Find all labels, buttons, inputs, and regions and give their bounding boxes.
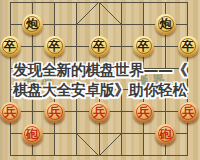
piece-glyph: 兵 bbox=[49, 106, 61, 118]
piece-red-soldier[interactable]: 兵 bbox=[0, 102, 21, 123]
piece-glyph: 炮 bbox=[26, 18, 38, 30]
piece-red-soldier[interactable]: 兵 bbox=[178, 102, 199, 123]
piece-glyph: 卒 bbox=[49, 40, 61, 52]
piece-black-cannon[interactable]: 炮 bbox=[155, 14, 176, 35]
piece-glyph: 兵 bbox=[93, 106, 105, 118]
ad-text-line2: 棋盘大全安卓版》助你轻松 bbox=[0, 81, 200, 100]
piece-red-soldier[interactable]: 兵 bbox=[133, 102, 154, 123]
piece-black-soldier[interactable]: 卒 bbox=[89, 36, 110, 57]
piece-glyph: 兵 bbox=[182, 106, 194, 118]
piece-red-soldier[interactable]: 兵 bbox=[89, 102, 110, 123]
piece-glyph: 卒 bbox=[182, 40, 194, 52]
piece-glyph: 卒 bbox=[4, 40, 16, 52]
piece-black-soldier[interactable]: 卒 bbox=[0, 36, 21, 57]
piece-glyph: 兵 bbox=[138, 106, 150, 118]
piece-red-cannon[interactable]: 砲 bbox=[22, 124, 43, 145]
piece-red-soldier[interactable]: 兵 bbox=[44, 102, 65, 123]
piece-red-cannon[interactable]: 砲 bbox=[155, 124, 176, 145]
piece-glyph: 砲 bbox=[160, 128, 172, 140]
piece-glyph: 卒 bbox=[93, 40, 105, 52]
piece-black-soldier[interactable]: 卒 bbox=[178, 36, 199, 57]
piece-glyph: 兵 bbox=[4, 106, 16, 118]
piece-black-soldier[interactable]: 卒 bbox=[133, 36, 154, 57]
piece-glyph: 卒 bbox=[138, 40, 150, 52]
xiangqi-board: 楚河 漢界 炮炮卒卒卒卒卒兵兵兵兵兵砲砲 发现全新的棋盘世界——《 棋盘大全安卓… bbox=[0, 0, 200, 160]
piece-glyph: 炮 bbox=[160, 18, 172, 30]
piece-glyph: 砲 bbox=[26, 128, 38, 140]
ad-text-line1: 发现全新的棋盘世界——《 bbox=[0, 61, 200, 80]
piece-black-cannon[interactable]: 炮 bbox=[22, 14, 43, 35]
piece-black-soldier[interactable]: 卒 bbox=[44, 36, 65, 57]
